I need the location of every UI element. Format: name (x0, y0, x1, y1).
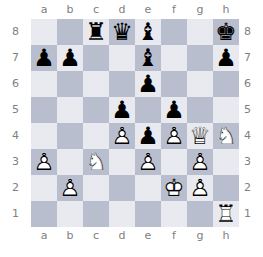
piece-black-queen: ♛ (109, 19, 135, 45)
file-label-c-top: c (83, 0, 109, 19)
piece-black-pawn: ♟ (135, 71, 161, 97)
square-a6[interactable] (31, 71, 57, 97)
square-h2[interactable] (213, 175, 239, 201)
square-c7[interactable] (83, 45, 109, 71)
piece-white-pawn: ♟♙ (161, 123, 187, 149)
file-label-e-top: e (135, 0, 161, 19)
square-h7[interactable]: ♟ (213, 45, 239, 71)
square-f4[interactable]: ♟♙ (161, 123, 187, 149)
square-b4[interactable] (57, 123, 83, 149)
piece-black-pawn: ♟ (31, 45, 57, 71)
piece-white-queen: ♛♕ (187, 123, 213, 149)
square-c5[interactable] (83, 97, 109, 123)
square-e1[interactable] (135, 201, 161, 227)
square-b5[interactable] (57, 97, 83, 123)
square-e4[interactable]: ♟ (135, 123, 161, 149)
rank-label-3-left: 3 (0, 149, 31, 175)
square-b2[interactable]: ♟♙ (57, 175, 83, 201)
square-g4[interactable]: ♛♕ (187, 123, 213, 149)
square-f6[interactable] (161, 71, 187, 97)
board: ♜♛♝♚♟♟♝♟♟♟♟♟♙♟♟♙♛♕♞♘♟♙♞♘♟♙♟♙♟♙♚♔♟♙♜♖ (31, 19, 239, 227)
file-label-g-top: g (187, 0, 213, 19)
rank-labels-left: 87654321 (0, 19, 31, 227)
rank-label-1-left: 1 (0, 201, 31, 227)
piece-white-pawn: ♟♙ (109, 123, 135, 149)
square-c4[interactable] (83, 123, 109, 149)
rank-label-6-left: 6 (0, 71, 31, 97)
square-g3[interactable]: ♟♙ (187, 149, 213, 175)
square-g5[interactable] (187, 97, 213, 123)
piece-black-pawn: ♟ (57, 45, 83, 71)
piece-black-pawn: ♟ (109, 97, 135, 123)
square-b6[interactable] (57, 71, 83, 97)
square-c2[interactable] (83, 175, 109, 201)
square-e7[interactable]: ♝ (135, 45, 161, 71)
piece-black-rook: ♜ (83, 19, 109, 45)
file-label-f-bottom: f (161, 227, 187, 245)
rank-label-4-left: 4 (0, 123, 31, 149)
rank-labels-right: 87654321 (239, 19, 263, 227)
file-labels-top: abcdefgh (31, 0, 239, 19)
square-e3[interactable]: ♟♙ (135, 149, 161, 175)
rank-label-7-right: 7 (239, 45, 263, 71)
piece-black-pawn: ♟ (213, 45, 239, 71)
square-a7[interactable]: ♟ (31, 45, 57, 71)
square-e8[interactable]: ♝ (135, 19, 161, 45)
piece-white-pawn: ♟♙ (187, 175, 213, 201)
square-e6[interactable]: ♟ (135, 71, 161, 97)
square-f8[interactable] (161, 19, 187, 45)
square-a4[interactable] (31, 123, 57, 149)
rank-label-3-right: 3 (239, 149, 263, 175)
file-label-d-bottom: d (109, 227, 135, 245)
piece-black-bishop: ♝ (135, 19, 161, 45)
piece-white-pawn: ♟♙ (57, 175, 83, 201)
square-d3[interactable] (109, 149, 135, 175)
piece-black-king: ♚ (213, 19, 239, 45)
piece-white-knight: ♞♘ (213, 123, 239, 149)
rank-label-5-left: 5 (0, 97, 31, 123)
square-d5[interactable]: ♟ (109, 97, 135, 123)
square-h3[interactable] (213, 149, 239, 175)
file-labels-bottom: abcdefgh (31, 227, 239, 245)
file-label-h-bottom: h (213, 227, 239, 245)
file-label-f-top: f (161, 0, 187, 19)
square-c6[interactable] (83, 71, 109, 97)
rank-label-8-right: 8 (239, 19, 263, 45)
piece-white-pawn: ♟♙ (135, 149, 161, 175)
file-label-a-top: a (31, 0, 57, 19)
square-f1[interactable] (161, 201, 187, 227)
square-c1[interactable] (83, 201, 109, 227)
rank-label-1-right: 1 (239, 201, 263, 227)
piece-black-pawn: ♟ (161, 97, 187, 123)
file-label-b-top: b (57, 0, 83, 19)
square-f5[interactable]: ♟ (161, 97, 187, 123)
file-label-d-top: d (109, 0, 135, 19)
square-c3[interactable]: ♞♘ (83, 149, 109, 175)
square-g8[interactable] (187, 19, 213, 45)
file-label-a-bottom: a (31, 227, 57, 245)
square-a5[interactable] (31, 97, 57, 123)
rank-label-5-right: 5 (239, 97, 263, 123)
square-h4[interactable]: ♞♘ (213, 123, 239, 149)
piece-black-bishop: ♝ (135, 45, 161, 71)
rank-label-6-right: 6 (239, 71, 263, 97)
square-g7[interactable] (187, 45, 213, 71)
square-f7[interactable] (161, 45, 187, 71)
rank-label-8-left: 8 (0, 19, 31, 45)
square-h1[interactable]: ♜♖ (213, 201, 239, 227)
file-label-b-bottom: b (57, 227, 83, 245)
square-h5[interactable] (213, 97, 239, 123)
square-b1[interactable] (57, 201, 83, 227)
square-d2[interactable] (109, 175, 135, 201)
piece-black-pawn: ♟ (135, 123, 161, 149)
square-d4[interactable]: ♟♙ (109, 123, 135, 149)
square-b8[interactable] (57, 19, 83, 45)
square-a3[interactable]: ♟♙ (31, 149, 57, 175)
square-g2[interactable]: ♟♙ (187, 175, 213, 201)
square-b3[interactable] (57, 149, 83, 175)
chess-board-diagram: abcdefgh 87654321 ♜♛♝♚♟♟♝♟♟♟♟♟♙♟♟♙♛♕♞♘♟♙… (0, 0, 263, 257)
square-d7[interactable] (109, 45, 135, 71)
piece-white-pawn: ♟♙ (31, 149, 57, 175)
square-h8[interactable]: ♚ (213, 19, 239, 45)
square-a2[interactable] (31, 175, 57, 201)
square-g6[interactable] (187, 71, 213, 97)
piece-white-knight: ♞♘ (83, 149, 109, 175)
square-h6[interactable] (213, 71, 239, 97)
square-e5[interactable] (135, 97, 161, 123)
rank-label-7-left: 7 (0, 45, 31, 71)
square-d1[interactable] (109, 201, 135, 227)
square-a1[interactable] (31, 201, 57, 227)
rank-label-4-right: 4 (239, 123, 263, 149)
square-e2[interactable] (135, 175, 161, 201)
file-label-e-bottom: e (135, 227, 161, 245)
piece-white-pawn: ♟♙ (187, 149, 213, 175)
piece-white-rook: ♜♖ (213, 201, 239, 227)
square-f3[interactable] (161, 149, 187, 175)
square-f2[interactable]: ♚♔ (161, 175, 187, 201)
square-a8[interactable] (31, 19, 57, 45)
square-d8[interactable]: ♛ (109, 19, 135, 45)
square-b7[interactable]: ♟ (57, 45, 83, 71)
square-c8[interactable]: ♜ (83, 19, 109, 45)
rank-label-2-right: 2 (239, 175, 263, 201)
square-d6[interactable] (109, 71, 135, 97)
file-label-g-bottom: g (187, 227, 213, 245)
file-label-c-bottom: c (83, 227, 109, 245)
square-g1[interactable] (187, 201, 213, 227)
rank-label-2-left: 2 (0, 175, 31, 201)
piece-white-king: ♚♔ (161, 175, 187, 201)
file-label-h-top: h (213, 0, 239, 19)
